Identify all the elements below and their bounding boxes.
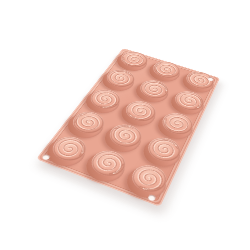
product-photo bbox=[0, 0, 250, 250]
silicone-rose-mold bbox=[36, 48, 220, 207]
